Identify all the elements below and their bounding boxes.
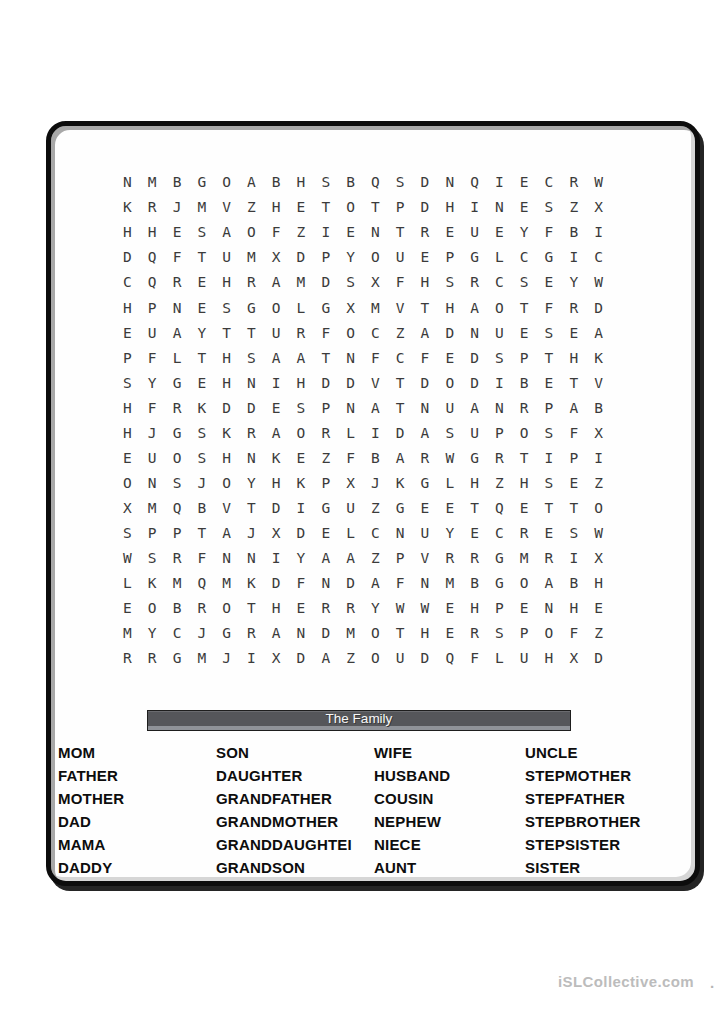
grid-cell: H (413, 621, 438, 646)
grid-cell: P (115, 345, 140, 370)
grid-cell: N (239, 446, 264, 471)
grid-cell: Q (165, 496, 190, 521)
grid-cell: I (537, 446, 562, 471)
grid-cell: F (165, 245, 190, 270)
grid-cell: P (561, 446, 586, 471)
grid-cell: E (487, 220, 512, 245)
grid-cell: R (289, 320, 314, 345)
grid-cell: H (289, 370, 314, 395)
grid-cell: S (537, 195, 562, 220)
grid-cell: U (214, 245, 239, 270)
grid-cell: B (363, 446, 388, 471)
grid-cell: U (462, 420, 487, 445)
grid-cell: N (313, 571, 338, 596)
grid-cell: N (413, 571, 438, 596)
grid-cell: T (388, 395, 413, 420)
grid-cell: N (363, 220, 388, 245)
grid-cell: M (512, 546, 537, 571)
grid-cell: A (413, 320, 438, 345)
grid-cell: L (487, 646, 512, 671)
grid-cell: H (264, 195, 289, 220)
grid-cell: D (264, 571, 289, 596)
grid-cell: H (462, 471, 487, 496)
grid-cell: E (313, 521, 338, 546)
grid-cell: O (512, 420, 537, 445)
grid-cell: N (214, 546, 239, 571)
grid-cell: M (189, 195, 214, 220)
grid-cell: W (586, 170, 611, 195)
grid-cell: H (214, 270, 239, 295)
grid-cell: E (537, 270, 562, 295)
grid-cell: U (413, 521, 438, 546)
grid-cell: H (537, 646, 562, 671)
grid-cell: U (437, 395, 462, 420)
grid-cell: R (165, 395, 190, 420)
grid-cell: U (388, 646, 413, 671)
word-list-item: NIECE (374, 834, 450, 857)
grid-cell: A (462, 295, 487, 320)
grid-cell: S (140, 546, 165, 571)
word-list-item: GRANDFATHER (216, 788, 352, 811)
grid-cell: M (214, 571, 239, 596)
grid-cell: S (189, 220, 214, 245)
grid-cell: N (462, 320, 487, 345)
grid-cell: O (363, 646, 388, 671)
grid-cell: E (561, 471, 586, 496)
grid-cell: Q (140, 270, 165, 295)
grid-cell: S (437, 270, 462, 295)
grid-cell: O (338, 195, 363, 220)
grid-cell: E (165, 220, 190, 245)
grid-cell: R (462, 621, 487, 646)
grid-cell: P (512, 345, 537, 370)
grid-cell: Y (239, 471, 264, 496)
grid-cell: I (313, 220, 338, 245)
grid-cell: E (115, 596, 140, 621)
grid-cell: A (561, 395, 586, 420)
grid-cell: R (140, 646, 165, 671)
grid-cell: X (561, 646, 586, 671)
grid-cell: G (487, 571, 512, 596)
grid-cell: T (537, 345, 562, 370)
grid-cell: S (115, 370, 140, 395)
grid-cell: G (214, 621, 239, 646)
grid-cell: N (338, 345, 363, 370)
grid-cell: D (289, 646, 314, 671)
grid-cell: R (512, 521, 537, 546)
grid-cell: D (413, 195, 438, 220)
grid-cell: H (214, 370, 239, 395)
grid-cell: A (264, 420, 289, 445)
watermark-dot: . (710, 974, 714, 991)
word-list-item: STEPMOTHER (525, 765, 641, 788)
word-list-column: SONDAUGHTERGRANDFATHERGRANDMOTHERGRANDDA… (216, 742, 352, 879)
grid-cell: C (487, 521, 512, 546)
grid-cell: H (462, 596, 487, 621)
grid-cell: I (586, 220, 611, 245)
grid-cell: M (289, 270, 314, 295)
grid-cell: K (289, 471, 314, 496)
grid-cell: H (214, 446, 239, 471)
islcollective-watermark: iSLCollective.com (558, 973, 694, 990)
grid-cell: X (115, 496, 140, 521)
grid-cell: O (363, 245, 388, 270)
grid-cell: T (512, 446, 537, 471)
grid-cell: L (437, 471, 462, 496)
grid-cell: M (338, 621, 363, 646)
grid-cell: E (264, 395, 289, 420)
grid-cell: D (413, 170, 438, 195)
grid-cell: E (338, 220, 363, 245)
grid-cell: B (165, 170, 190, 195)
word-list-item: AUNT (374, 857, 450, 880)
grid-cell: N (115, 170, 140, 195)
grid-cell: I (561, 546, 586, 571)
word-list-item: NEPHEW (374, 811, 450, 834)
puzzle-title-bar: The Family (147, 710, 571, 731)
grid-cell: A (313, 646, 338, 671)
grid-cell: X (338, 471, 363, 496)
grid-cell: P (313, 245, 338, 270)
grid-cell: S (313, 170, 338, 195)
grid-cell: G (462, 446, 487, 471)
grid-cell: U (487, 320, 512, 345)
grid-cell: R (189, 596, 214, 621)
grid-cell: I (264, 370, 289, 395)
grid-cell: Y (512, 220, 537, 245)
grid-cell: I (289, 496, 314, 521)
grid-cell: W (586, 270, 611, 295)
grid-cell: H (586, 571, 611, 596)
grid-cell: E (437, 596, 462, 621)
grid-cell: F (537, 220, 562, 245)
grid-cell: X (264, 521, 289, 546)
grid-cell: U (264, 320, 289, 345)
grid-cell: V (388, 295, 413, 320)
grid-cell: S (214, 295, 239, 320)
word-list-item: STEPSISTER (525, 834, 641, 857)
grid-cell: B (462, 571, 487, 596)
grid-cell: R (338, 596, 363, 621)
grid-cell: D (413, 646, 438, 671)
grid-cell: E (115, 446, 140, 471)
grid-cell: T (239, 596, 264, 621)
grid-cell: O (214, 596, 239, 621)
grid-cell: U (140, 320, 165, 345)
grid-cell: T (189, 521, 214, 546)
grid-cell: T (239, 320, 264, 345)
grid-cell: C (165, 621, 190, 646)
grid-cell: S (487, 345, 512, 370)
grid-cell: E (512, 195, 537, 220)
grid-cell: K (586, 345, 611, 370)
grid-cell: E (512, 320, 537, 345)
grid-cell: F (388, 571, 413, 596)
grid-cell: N (413, 395, 438, 420)
word-list-item: SISTER (525, 857, 641, 880)
grid-cell: B (165, 596, 190, 621)
grid-cell: C (363, 320, 388, 345)
grid-cell: T (388, 370, 413, 395)
grid-cell: E (437, 621, 462, 646)
grid-cell: E (512, 496, 537, 521)
grid-cell: E (512, 170, 537, 195)
grid-cell: L (338, 420, 363, 445)
grid-cell: S (537, 320, 562, 345)
grid-cell: B (512, 370, 537, 395)
grid-cell: V (214, 496, 239, 521)
grid-cell: M (239, 245, 264, 270)
grid-cell: T (313, 345, 338, 370)
grid-cell: E (289, 446, 314, 471)
grid-cell: Q (189, 571, 214, 596)
grid-cell: Z (388, 320, 413, 345)
grid-cell: E (437, 220, 462, 245)
grid-cell: O (165, 446, 190, 471)
word-list-item: MOM (58, 742, 124, 765)
grid-cell: H (437, 295, 462, 320)
grid-cell: T (388, 621, 413, 646)
grid-cell: A (363, 395, 388, 420)
word-search-grid: NMBGOABHSBQSDNQIECRWKRJMVZHETOTPDHINESZX… (115, 170, 611, 671)
grid-cell: Z (487, 471, 512, 496)
grid-cell: O (512, 571, 537, 596)
grid-cell: O (140, 596, 165, 621)
grid-cell: M (437, 571, 462, 596)
grid-cell: F (561, 621, 586, 646)
grid-cell: E (189, 295, 214, 320)
grid-cell: D (313, 270, 338, 295)
grid-cell: E (189, 270, 214, 295)
grid-cell: O (214, 471, 239, 496)
grid-cell: A (214, 521, 239, 546)
grid-cell: R (413, 446, 438, 471)
grid-cell: R (239, 621, 264, 646)
grid-cell: H (289, 170, 314, 195)
grid-cell: K (239, 571, 264, 596)
grid-cell: F (140, 395, 165, 420)
grid-cell: A (462, 395, 487, 420)
grid-cell: G (313, 496, 338, 521)
grid-cell: D (313, 621, 338, 646)
grid-cell: P (537, 395, 562, 420)
grid-cell: N (239, 370, 264, 395)
grid-cell: O (363, 621, 388, 646)
grid-cell: E (289, 195, 314, 220)
word-list-item: STEPBROTHER (525, 811, 641, 834)
grid-cell: O (586, 496, 611, 521)
grid-cell: E (413, 496, 438, 521)
grid-cell: O (214, 170, 239, 195)
word-list-item: DAUGHTER (216, 765, 352, 788)
grid-cell: Q (437, 646, 462, 671)
grid-cell: H (512, 471, 537, 496)
grid-cell: Q (487, 496, 512, 521)
grid-cell: A (388, 446, 413, 471)
grid-cell: R (239, 420, 264, 445)
grid-cell: A (313, 546, 338, 571)
word-list-column: MOMFATHERMOTHERDADMAMADADDY (58, 742, 124, 879)
grid-cell: A (338, 546, 363, 571)
grid-cell: N (289, 621, 314, 646)
grid-cell: Q (462, 170, 487, 195)
grid-cell: H (115, 395, 140, 420)
grid-cell: R (413, 220, 438, 245)
grid-cell: N (437, 170, 462, 195)
grid-cell: T (189, 345, 214, 370)
word-list-item: MOTHER (58, 788, 124, 811)
grid-cell: G (462, 245, 487, 270)
grid-cell: T (413, 295, 438, 320)
grid-cell: A (214, 220, 239, 245)
grid-cell: P (487, 420, 512, 445)
grid-cell: M (140, 170, 165, 195)
grid-cell: P (313, 395, 338, 420)
grid-cell: W (413, 596, 438, 621)
grid-cell: D (586, 646, 611, 671)
grid-cell: C (487, 270, 512, 295)
grid-cell: E (413, 245, 438, 270)
grid-cell: S (512, 270, 537, 295)
grid-cell: M (115, 621, 140, 646)
grid-cell: W (115, 546, 140, 571)
word-list-item: DADDY (58, 857, 124, 880)
grid-cell: A (363, 571, 388, 596)
grid-cell: D (313, 370, 338, 395)
grid-cell: G (388, 496, 413, 521)
grid-cell: E (189, 370, 214, 395)
grid-cell: V (413, 546, 438, 571)
grid-cell: G (239, 295, 264, 320)
grid-cell: T (189, 245, 214, 270)
grid-cell: E (437, 345, 462, 370)
grid-cell: C (537, 170, 562, 195)
grid-cell: Y (140, 370, 165, 395)
word-list-item: GRANDDAUGHTEI (216, 834, 352, 857)
grid-cell: W (437, 446, 462, 471)
grid-cell: N (239, 546, 264, 571)
grid-cell: N (487, 395, 512, 420)
grid-cell: C (363, 521, 388, 546)
word-list-column: UNCLESTEPMOTHERSTEPFATHERSTEPBROTHERSTEP… (525, 742, 641, 879)
grid-cell: M (363, 295, 388, 320)
grid-cell: A (264, 621, 289, 646)
word-list-item: GRANDMOTHER (216, 811, 352, 834)
grid-cell: T (537, 496, 562, 521)
grid-cell: K (214, 420, 239, 445)
grid-cell: T (313, 195, 338, 220)
grid-cell: X (586, 195, 611, 220)
grid-cell: Q (363, 170, 388, 195)
grid-cell: I (462, 195, 487, 220)
grid-cell: H (264, 596, 289, 621)
grid-cell: C (388, 345, 413, 370)
grid-cell: T (239, 496, 264, 521)
grid-cell: D (289, 521, 314, 546)
grid-cell: H (437, 195, 462, 220)
grid-cell: R (537, 546, 562, 571)
grid-cell: F (189, 546, 214, 571)
grid-cell: S (189, 446, 214, 471)
grid-cell: L (165, 345, 190, 370)
grid-cell: A (586, 320, 611, 345)
word-list-column: WIFEHUSBANDCOUSINNEPHEWNIECEAUNT (374, 742, 450, 879)
grid-cell: U (388, 245, 413, 270)
grid-cell: B (561, 571, 586, 596)
grid-cell: D (264, 496, 289, 521)
grid-cell: Y (437, 521, 462, 546)
grid-cell: Z (586, 471, 611, 496)
grid-cell: N (140, 471, 165, 496)
grid-cell: V (586, 370, 611, 395)
word-list-item: SON (216, 742, 352, 765)
grid-cell: Z (561, 195, 586, 220)
word-list-item: UNCLE (525, 742, 641, 765)
grid-cell: R (115, 646, 140, 671)
grid-cell: F (388, 270, 413, 295)
grid-cell: R (561, 295, 586, 320)
grid-cell: R (165, 546, 190, 571)
grid-cell: D (388, 420, 413, 445)
grid-cell: U (140, 446, 165, 471)
grid-cell: S (289, 395, 314, 420)
grid-cell: D (214, 395, 239, 420)
grid-cell: I (487, 370, 512, 395)
grid-cell: C (115, 270, 140, 295)
grid-cell: D (338, 571, 363, 596)
grid-cell: J (363, 471, 388, 496)
grid-cell: F (462, 646, 487, 671)
grid-cell: S (487, 621, 512, 646)
grid-cell: R (140, 195, 165, 220)
grid-cell: F (313, 320, 338, 345)
grid-cell: C (512, 245, 537, 270)
grid-cell: T (363, 195, 388, 220)
grid-cell: N (388, 521, 413, 546)
grid-cell: H (214, 345, 239, 370)
grid-cell: Z (586, 621, 611, 646)
grid-cell: S (537, 471, 562, 496)
grid-cell: L (115, 571, 140, 596)
grid-cell: P (487, 596, 512, 621)
grid-cell: S (115, 521, 140, 546)
grid-cell: P (140, 521, 165, 546)
grid-cell: E (537, 521, 562, 546)
grid-cell: I (264, 546, 289, 571)
grid-cell: D (338, 370, 363, 395)
grid-cell: P (388, 195, 413, 220)
grid-cell: T (561, 370, 586, 395)
grid-cell: E (437, 496, 462, 521)
grid-cell: A (264, 345, 289, 370)
grid-cell: R (165, 270, 190, 295)
grid-cell: G (413, 471, 438, 496)
grid-cell: X (338, 295, 363, 320)
grid-cell: I (239, 646, 264, 671)
grid-cell: K (115, 195, 140, 220)
grid-cell: T (512, 295, 537, 320)
grid-cell: X (586, 420, 611, 445)
word-list-item: HUSBAND (374, 765, 450, 788)
grid-cell: R (437, 546, 462, 571)
grid-cell: K (189, 395, 214, 420)
grid-cell: O (437, 370, 462, 395)
grid-cell: R (487, 446, 512, 471)
grid-cell: E (586, 596, 611, 621)
grid-cell: A (289, 345, 314, 370)
grid-cell: J (239, 521, 264, 546)
grid-cell: A (165, 320, 190, 345)
